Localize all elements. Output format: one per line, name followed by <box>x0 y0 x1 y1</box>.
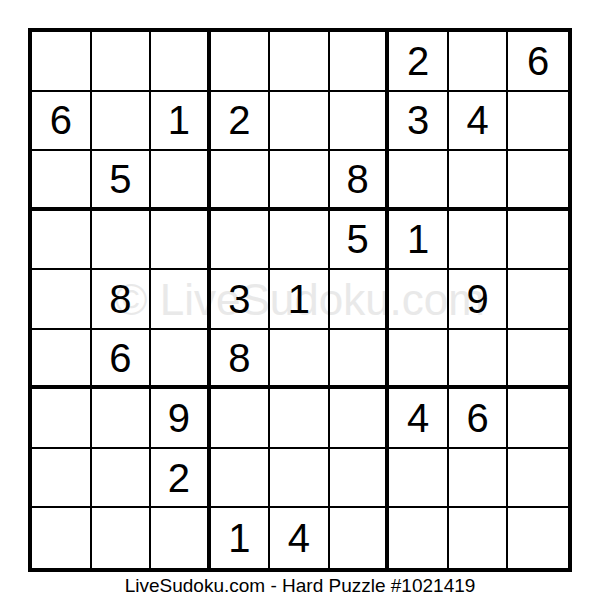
cell-r1c2[interactable] <box>92 32 152 92</box>
cell-r3c1[interactable] <box>32 151 92 211</box>
cell-r2c4[interactable]: 2 <box>211 92 271 152</box>
cell-r3c2[interactable]: 5 <box>92 151 152 211</box>
cell-r4c3[interactable] <box>151 211 211 271</box>
cell-r1c7[interactable]: 2 <box>389 32 449 92</box>
cell-r3c8[interactable] <box>449 151 509 211</box>
cell-r5c2[interactable]: 8 <box>92 270 152 330</box>
cell-r5c5[interactable]: 1 <box>270 270 330 330</box>
caption: LiveSudoku.com - Hard Puzzle #1021419 <box>0 573 600 599</box>
cell-r2c6[interactable] <box>330 92 390 152</box>
cell-r2c3[interactable]: 1 <box>151 92 211 152</box>
sudoku-page: © LiveSudoku.com 26612345851831968946214… <box>0 0 600 615</box>
sudoku-board: © LiveSudoku.com 26612345851831968946214 <box>28 28 572 572</box>
cell-r1c9[interactable]: 6 <box>508 32 568 92</box>
cell-r2c2[interactable] <box>92 92 152 152</box>
cell-r8c3[interactable]: 2 <box>151 449 211 509</box>
cell-r4c9[interactable] <box>508 211 568 271</box>
cell-r6c2[interactable]: 6 <box>92 330 152 390</box>
cell-r2c7[interactable]: 3 <box>389 92 449 152</box>
cell-r5c9[interactable] <box>508 270 568 330</box>
cell-r5c7[interactable] <box>389 270 449 330</box>
cell-r8c2[interactable] <box>92 449 152 509</box>
cell-r9c8[interactable] <box>449 508 509 568</box>
cell-r8c4[interactable] <box>211 449 271 509</box>
cell-r6c5[interactable] <box>270 330 330 390</box>
cell-r7c6[interactable] <box>330 389 390 449</box>
cell-r7c1[interactable] <box>32 389 92 449</box>
cell-r6c1[interactable] <box>32 330 92 390</box>
cell-r3c3[interactable] <box>151 151 211 211</box>
cell-r2c5[interactable] <box>270 92 330 152</box>
cell-r5c8[interactable]: 9 <box>449 270 509 330</box>
cell-r9c1[interactable] <box>32 508 92 568</box>
cell-r2c1[interactable]: 6 <box>32 92 92 152</box>
cell-r7c4[interactable] <box>211 389 271 449</box>
cell-r5c1[interactable] <box>32 270 92 330</box>
cell-r9c5[interactable]: 4 <box>270 508 330 568</box>
cell-r8c5[interactable] <box>270 449 330 509</box>
cell-r7c2[interactable] <box>92 389 152 449</box>
cell-r8c6[interactable] <box>330 449 390 509</box>
cell-r2c8[interactable]: 4 <box>449 92 509 152</box>
cell-r5c6[interactable] <box>330 270 390 330</box>
cell-r5c3[interactable] <box>151 270 211 330</box>
cell-r8c8[interactable] <box>449 449 509 509</box>
cell-r7c5[interactable] <box>270 389 330 449</box>
cell-r9c7[interactable] <box>389 508 449 568</box>
cell-r8c7[interactable] <box>389 449 449 509</box>
cell-r7c7[interactable]: 4 <box>389 389 449 449</box>
cell-r6c9[interactable] <box>508 330 568 390</box>
cell-r9c3[interactable] <box>151 508 211 568</box>
cell-r1c5[interactable] <box>270 32 330 92</box>
cell-r9c4[interactable]: 1 <box>211 508 271 568</box>
cell-r9c2[interactable] <box>92 508 152 568</box>
cell-r6c8[interactable] <box>449 330 509 390</box>
cell-r6c7[interactable] <box>389 330 449 390</box>
cell-r4c6[interactable]: 5 <box>330 211 390 271</box>
cell-r4c1[interactable] <box>32 211 92 271</box>
cell-r3c5[interactable] <box>270 151 330 211</box>
cell-r1c3[interactable] <box>151 32 211 92</box>
cell-r8c1[interactable] <box>32 449 92 509</box>
cell-r4c8[interactable] <box>449 211 509 271</box>
cell-r2c9[interactable] <box>508 92 568 152</box>
cell-r7c9[interactable] <box>508 389 568 449</box>
cell-r4c4[interactable] <box>211 211 271 271</box>
cell-r3c4[interactable] <box>211 151 271 211</box>
cell-r9c6[interactable] <box>330 508 390 568</box>
cell-r6c3[interactable] <box>151 330 211 390</box>
cell-r7c8[interactable]: 6 <box>449 389 509 449</box>
cell-r1c8[interactable] <box>449 32 509 92</box>
cell-r8c9[interactable] <box>508 449 568 509</box>
cell-r4c2[interactable] <box>92 211 152 271</box>
cell-r1c1[interactable] <box>32 32 92 92</box>
cell-r3c6[interactable]: 8 <box>330 151 390 211</box>
cell-r1c6[interactable] <box>330 32 390 92</box>
cell-r9c9[interactable] <box>508 508 568 568</box>
cell-r4c7[interactable]: 1 <box>389 211 449 271</box>
cell-r3c7[interactable] <box>389 151 449 211</box>
cell-r3c9[interactable] <box>508 151 568 211</box>
cell-r6c4[interactable]: 8 <box>211 330 271 390</box>
cell-r7c3[interactable]: 9 <box>151 389 211 449</box>
cell-r6c6[interactable] <box>330 330 390 390</box>
cell-r4c5[interactable] <box>270 211 330 271</box>
cell-r1c4[interactable] <box>211 32 271 92</box>
cell-r5c4[interactable]: 3 <box>211 270 271 330</box>
